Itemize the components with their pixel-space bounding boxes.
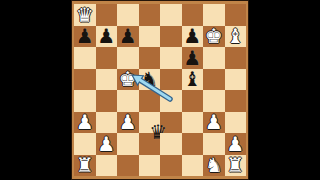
square-g4[interactable]	[203, 90, 225, 112]
square-h4[interactable]	[225, 90, 247, 112]
square-e5[interactable]	[160, 69, 182, 91]
square-c4[interactable]	[117, 90, 139, 112]
square-h2[interactable]: ♟	[225, 133, 247, 155]
square-h1[interactable]: ♜	[225, 155, 247, 177]
square-e2[interactable]	[160, 133, 182, 155]
square-a2[interactable]	[74, 133, 96, 155]
square-f2[interactable]	[182, 133, 204, 155]
black-pawn[interactable]: ♟	[182, 26, 204, 48]
square-e8[interactable]	[160, 4, 182, 26]
square-f6[interactable]: ♟	[182, 47, 204, 69]
white-king[interactable]: ♚	[203, 26, 225, 48]
square-d4[interactable]	[139, 90, 161, 112]
square-h5[interactable]	[225, 69, 247, 91]
square-b4[interactable]	[96, 90, 118, 112]
square-e1[interactable]	[160, 155, 182, 177]
square-a3[interactable]: ♟	[74, 112, 96, 134]
chess-board: ♛♟♟♟♟♚♝♟♚♞♝♟♟♟♟♛♟♜♞♜	[71, 0, 249, 180]
black-pawn[interactable]: ♟	[182, 47, 204, 69]
square-d8[interactable]	[139, 4, 161, 26]
square-a6[interactable]	[74, 47, 96, 69]
square-g3[interactable]: ♟	[203, 112, 225, 134]
square-f1[interactable]	[182, 155, 204, 177]
square-e6[interactable]	[160, 47, 182, 69]
board-grid: ♛♟♟♟♟♚♝♟♚♞♝♟♟♟♟♛♟♜♞♜	[74, 4, 246, 176]
black-pawn[interactable]: ♟	[96, 26, 118, 48]
white-queen[interactable]: ♛	[74, 4, 96, 26]
white-pawn[interactable]: ♟	[225, 133, 247, 155]
square-a7[interactable]: ♟	[74, 26, 96, 48]
square-c7[interactable]: ♟	[117, 26, 139, 48]
square-e7[interactable]	[160, 26, 182, 48]
letterbox-left	[0, 0, 71, 180]
square-f5[interactable]: ♝	[182, 69, 204, 91]
letterbox-right	[249, 0, 320, 180]
black-bishop[interactable]: ♝	[182, 69, 204, 91]
square-c6[interactable]	[117, 47, 139, 69]
square-b7[interactable]: ♟	[96, 26, 118, 48]
white-pawn[interactable]: ♟	[74, 112, 96, 134]
square-g8[interactable]	[203, 4, 225, 26]
white-pawn[interactable]: ♟	[203, 112, 225, 134]
square-d5[interactable]: ♞	[139, 69, 161, 91]
square-g7[interactable]: ♚	[203, 26, 225, 48]
square-b8[interactable]	[96, 4, 118, 26]
white-pawn[interactable]: ♟	[96, 133, 118, 155]
square-a4[interactable]	[74, 90, 96, 112]
square-c8[interactable]	[117, 4, 139, 26]
square-a5[interactable]	[74, 69, 96, 91]
square-d2[interactable]: ♛	[139, 133, 161, 155]
square-b2[interactable]: ♟	[96, 133, 118, 155]
white-king[interactable]: ♚	[117, 69, 139, 91]
black-pawn[interactable]: ♟	[117, 26, 139, 48]
square-c5[interactable]: ♚	[117, 69, 139, 91]
square-b6[interactable]	[96, 47, 118, 69]
black-knight[interactable]: ♞	[139, 69, 161, 91]
square-c2[interactable]	[117, 133, 139, 155]
square-d7[interactable]	[139, 26, 161, 48]
square-b3[interactable]	[96, 112, 118, 134]
white-bishop[interactable]: ♝	[225, 26, 247, 48]
white-rook[interactable]: ♜	[225, 155, 247, 177]
square-h6[interactable]	[225, 47, 247, 69]
square-d1[interactable]	[139, 155, 161, 177]
square-f4[interactable]	[182, 90, 204, 112]
square-h7[interactable]: ♝	[225, 26, 247, 48]
square-a1[interactable]: ♜	[74, 155, 96, 177]
square-c1[interactable]	[117, 155, 139, 177]
white-rook[interactable]: ♜	[74, 155, 96, 177]
square-d6[interactable]	[139, 47, 161, 69]
square-g5[interactable]	[203, 69, 225, 91]
square-f8[interactable]	[182, 4, 204, 26]
square-g6[interactable]	[203, 47, 225, 69]
square-f3[interactable]	[182, 112, 204, 134]
square-b5[interactable]	[96, 69, 118, 91]
square-g2[interactable]	[203, 133, 225, 155]
white-knight[interactable]: ♞	[203, 155, 225, 177]
square-f7[interactable]: ♟	[182, 26, 204, 48]
black-pawn[interactable]: ♟	[74, 26, 96, 48]
square-a8[interactable]: ♛	[74, 4, 96, 26]
square-e4[interactable]	[160, 90, 182, 112]
square-b1[interactable]	[96, 155, 118, 177]
square-g1[interactable]: ♞	[203, 155, 225, 177]
square-c3[interactable]: ♟	[117, 112, 139, 134]
screenshot-stage: ♛♟♟♟♟♚♝♟♚♞♝♟♟♟♟♛♟♜♞♜	[0, 0, 320, 180]
square-h8[interactable]	[225, 4, 247, 26]
white-pawn[interactable]: ♟	[117, 112, 139, 134]
square-h3[interactable]	[225, 112, 247, 134]
